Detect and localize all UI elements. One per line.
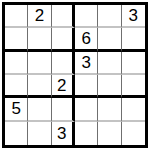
- cell-r5c2[interactable]: [28, 98, 51, 121]
- cell-r4c5[interactable]: [98, 75, 121, 98]
- cell-r6c2[interactable]: [28, 122, 51, 145]
- cell-r3c4: 3: [75, 52, 98, 75]
- cell-r3c2[interactable]: [28, 52, 51, 75]
- sudoku-page: { "game": "sudoku", "variant": "6x6 with…: [0, 0, 150, 150]
- cell-r1c1[interactable]: [5, 5, 28, 28]
- cell-r3c5[interactable]: [98, 52, 121, 75]
- cell-r2c2[interactable]: [28, 28, 51, 51]
- cell-r1c2: 2: [28, 5, 51, 28]
- cell-r2c6[interactable]: [122, 28, 145, 51]
- cell-r1c4[interactable]: [75, 5, 98, 28]
- cell-r2c4: 6: [75, 28, 98, 51]
- cell-r5c3[interactable]: [52, 98, 75, 121]
- sudoku-board: 2 3 6 3 2 5 3: [2, 2, 148, 148]
- cell-r2c1[interactable]: [5, 28, 28, 51]
- cell-r2c5[interactable]: [98, 28, 121, 51]
- cell-r2c3[interactable]: [52, 28, 75, 51]
- cell-r6c1[interactable]: [5, 122, 28, 145]
- cell-r4c2[interactable]: [28, 75, 51, 98]
- cell-r5c1: 5: [5, 98, 28, 121]
- cell-r1c3[interactable]: [52, 5, 75, 28]
- cell-r6c6[interactable]: [122, 122, 145, 145]
- cell-r6c4[interactable]: [75, 122, 98, 145]
- cell-r4c6[interactable]: [122, 75, 145, 98]
- cell-r1c6: 3: [122, 5, 145, 28]
- cell-r4c3: 2: [52, 75, 75, 98]
- cell-r4c1[interactable]: [5, 75, 28, 98]
- cell-r3c1[interactable]: [5, 52, 28, 75]
- cell-r6c3: 3: [52, 122, 75, 145]
- cell-r4c4[interactable]: [75, 75, 98, 98]
- cell-r5c5[interactable]: [98, 98, 121, 121]
- cell-r3c3[interactable]: [52, 52, 75, 75]
- cell-r6c5[interactable]: [98, 122, 121, 145]
- cell-r1c5[interactable]: [98, 5, 121, 28]
- cell-r5c4[interactable]: [75, 98, 98, 121]
- cell-r5c6[interactable]: [122, 98, 145, 121]
- cell-r3c6[interactable]: [122, 52, 145, 75]
